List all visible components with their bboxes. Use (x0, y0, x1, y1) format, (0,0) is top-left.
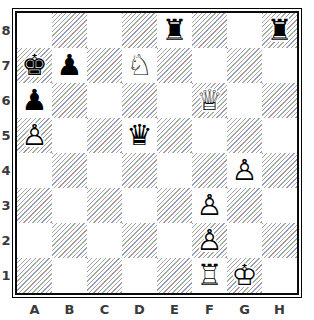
file-label-e: E (157, 302, 192, 317)
piece-outline-glyph: ♖ (192, 258, 227, 293)
file-label-f: F (192, 302, 227, 317)
piece-wP-f2: ♟♙ (192, 223, 227, 258)
square-e2[interactable] (157, 223, 192, 258)
piece-glyph: ♛ (122, 118, 157, 153)
square-a2[interactable] (17, 223, 52, 258)
square-h2[interactable] (262, 223, 297, 258)
square-f5[interactable] (192, 118, 227, 153)
rank-labels: 87654321 (0, 8, 12, 298)
square-a8[interactable] (17, 13, 52, 48)
board-grid: ♜♜♚♟♞♘♟♛♕♟♙♛♟♙♟♙♟♙♜♖♚♔ (17, 13, 297, 293)
square-c6[interactable] (87, 83, 122, 118)
square-e8[interactable]: ♜ (157, 13, 192, 48)
piece-outline-glyph: ♙ (192, 188, 227, 223)
square-g8[interactable] (227, 13, 262, 48)
square-f1[interactable]: ♜♖ (192, 258, 227, 293)
piece-wP-g4: ♟♙ (227, 153, 262, 188)
square-d3[interactable] (122, 188, 157, 223)
square-a5[interactable]: ♟♙ (17, 118, 52, 153)
square-b1[interactable] (52, 258, 87, 293)
square-g5[interactable] (227, 118, 262, 153)
square-b6[interactable] (52, 83, 87, 118)
piece-outline-glyph: ♘ (122, 48, 157, 83)
board-border: ♜♜♚♟♞♘♟♛♕♟♙♛♟♙♟♙♟♙♜♖♚♔ (15, 11, 299, 295)
square-d4[interactable] (122, 153, 157, 188)
file-label-h: H (262, 302, 297, 317)
piece-outline-glyph: ♔ (227, 258, 262, 293)
piece-bQ-d5: ♛ (122, 118, 157, 153)
square-c1[interactable] (87, 258, 122, 293)
square-c2[interactable] (87, 223, 122, 258)
file-label-b: B (52, 302, 87, 317)
square-h7[interactable] (262, 48, 297, 83)
square-c3[interactable] (87, 188, 122, 223)
piece-outline-glyph: ♙ (227, 153, 262, 188)
piece-wN-d7: ♞♘ (122, 48, 157, 83)
rank-label-3: 3 (0, 188, 12, 223)
piece-bK-a7: ♚ (17, 48, 52, 83)
piece-glyph: ♟ (17, 83, 52, 118)
square-e4[interactable] (157, 153, 192, 188)
square-f2[interactable]: ♟♙ (192, 223, 227, 258)
square-c4[interactable] (87, 153, 122, 188)
square-f4[interactable] (192, 153, 227, 188)
square-b8[interactable] (52, 13, 87, 48)
file-label-a: A (17, 302, 52, 317)
piece-outline-glyph: ♙ (17, 118, 52, 153)
square-a6[interactable]: ♟ (17, 83, 52, 118)
rank-label-4: 4 (0, 153, 12, 188)
piece-glyph: ♚ (17, 48, 52, 83)
square-c5[interactable] (87, 118, 122, 153)
square-h8[interactable]: ♜ (262, 13, 297, 48)
square-b5[interactable] (52, 118, 87, 153)
file-label-c: C (87, 302, 122, 317)
square-h4[interactable] (262, 153, 297, 188)
file-label-d: D (122, 302, 157, 317)
square-f6[interactable]: ♛♕ (192, 83, 227, 118)
piece-wP-f3: ♟♙ (192, 188, 227, 223)
square-g7[interactable] (227, 48, 262, 83)
rank-label-7: 7 (0, 48, 12, 83)
square-b7[interactable]: ♟ (52, 48, 87, 83)
square-h5[interactable] (262, 118, 297, 153)
square-d6[interactable] (122, 83, 157, 118)
square-f8[interactable] (192, 13, 227, 48)
square-b2[interactable] (52, 223, 87, 258)
square-d1[interactable] (122, 258, 157, 293)
square-h3[interactable] (262, 188, 297, 223)
chess-diagram: 87654321 ♜♜♚♟♞♘♟♛♕♟♙♛♟♙♟♙♟♙♜♖♚♔ ABCDEFGH (0, 8, 302, 320)
square-d8[interactable] (122, 13, 157, 48)
square-c7[interactable] (87, 48, 122, 83)
rank-label-2: 2 (0, 223, 12, 258)
square-c8[interactable] (87, 13, 122, 48)
square-g6[interactable] (227, 83, 262, 118)
square-b4[interactable] (52, 153, 87, 188)
square-d5[interactable]: ♛ (122, 118, 157, 153)
rank-label-8: 8 (0, 13, 12, 48)
square-e5[interactable] (157, 118, 192, 153)
square-e3[interactable] (157, 188, 192, 223)
square-a1[interactable] (17, 258, 52, 293)
square-a4[interactable] (17, 153, 52, 188)
rank-label-6: 6 (0, 83, 12, 118)
piece-glyph: ♜ (262, 13, 297, 48)
square-e1[interactable] (157, 258, 192, 293)
piece-wK-g1: ♚♔ (227, 258, 262, 293)
square-d2[interactable] (122, 223, 157, 258)
piece-bP-a6: ♟ (17, 83, 52, 118)
piece-outline-glyph: ♙ (192, 223, 227, 258)
piece-bP-b7: ♟ (52, 48, 87, 83)
file-labels: ABCDEFGH (12, 298, 302, 320)
piece-wR-f1: ♜♖ (192, 258, 227, 293)
piece-glyph: ♟ (52, 48, 87, 83)
square-g3[interactable] (227, 188, 262, 223)
piece-bR-e8: ♜ (157, 13, 192, 48)
square-g4[interactable]: ♟♙ (227, 153, 262, 188)
piece-bR-h8: ♜ (262, 13, 297, 48)
rank-label-1: 1 (0, 258, 12, 293)
square-h6[interactable] (262, 83, 297, 118)
square-g2[interactable] (227, 223, 262, 258)
square-a3[interactable] (17, 188, 52, 223)
square-g1[interactable]: ♚♔ (227, 258, 262, 293)
square-a7[interactable]: ♚ (17, 48, 52, 83)
piece-wP-a5: ♟♙ (17, 118, 52, 153)
square-e7[interactable] (157, 48, 192, 83)
file-label-g: G (227, 302, 262, 317)
piece-outline-glyph: ♕ (192, 83, 227, 118)
square-f3[interactable]: ♟♙ (192, 188, 227, 223)
square-e6[interactable] (157, 83, 192, 118)
square-h1[interactable] (262, 258, 297, 293)
piece-glyph: ♜ (157, 13, 192, 48)
square-d7[interactable]: ♞♘ (122, 48, 157, 83)
rank-label-5: 5 (0, 118, 12, 153)
board-frame: ♜♜♚♟♞♘♟♛♕♟♙♛♟♙♟♙♟♙♜♖♚♔ (12, 8, 302, 298)
piece-wQ-f6: ♛♕ (192, 83, 227, 118)
square-b3[interactable] (52, 188, 87, 223)
square-f7[interactable] (192, 48, 227, 83)
